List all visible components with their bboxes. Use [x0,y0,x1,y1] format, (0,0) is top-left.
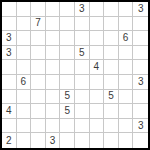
cell-r2c5[interactable] [60,17,75,32]
clue-number: 5 [64,91,70,101]
cell-r4c7[interactable] [90,46,105,61]
cell-r1c6[interactable]: 3 [75,2,90,17]
clue-number: 6 [21,76,27,86]
cell-r9c3[interactable] [31,119,46,134]
cell-r10c7[interactable] [90,133,105,148]
cell-r7c1[interactable] [2,90,17,105]
cell-r3c2[interactable] [17,31,32,46]
cell-r1c1[interactable] [2,2,17,17]
cell-r6c7[interactable] [90,75,105,90]
cell-r3c4[interactable] [46,31,61,46]
cell-r5c9[interactable] [119,60,134,75]
cell-r5c2[interactable] [17,60,32,75]
clue-number: 5 [108,91,114,101]
cell-r4c6[interactable]: 5 [75,46,90,61]
cell-r2c4[interactable] [46,17,61,32]
cell-r3c3[interactable] [31,31,46,46]
cell-r5c6[interactable] [75,60,90,75]
cell-r6c2[interactable]: 6 [17,75,32,90]
cell-r10c6[interactable] [75,133,90,148]
cell-r1c3[interactable] [31,2,46,17]
cell-r4c2[interactable] [17,46,32,61]
clue-number: 3 [138,120,144,130]
cell-r6c10[interactable]: 3 [133,75,148,90]
clue-number: 4 [94,62,100,72]
clue-number: 5 [79,47,85,57]
cell-r4c5[interactable] [60,46,75,61]
cell-r5c3[interactable] [31,60,46,75]
cell-r8c2[interactable] [17,104,32,119]
cell-r2c8[interactable] [104,17,119,32]
cell-r4c3[interactable] [31,46,46,61]
cell-r9c9[interactable] [119,119,134,134]
cell-r7c7[interactable] [90,90,105,105]
cell-r4c1[interactable]: 3 [2,46,17,61]
cell-r7c9[interactable] [119,90,134,105]
cell-r8c4[interactable] [46,104,61,119]
cell-r2c9[interactable] [119,17,134,32]
clue-number: 3 [79,3,85,13]
cell-r2c10[interactable] [133,17,148,32]
cell-r9c6[interactable] [75,119,90,134]
clue-number: 3 [6,32,12,42]
cell-r6c9[interactable] [119,75,134,90]
clue-number: 3 [138,3,144,13]
cell-r6c1[interactable] [2,75,17,90]
cell-r9c7[interactable] [90,119,105,134]
cell-r7c10[interactable] [133,90,148,105]
cell-r1c2[interactable] [17,2,32,17]
clue-number: 7 [35,18,41,28]
cell-r4c4[interactable] [46,46,61,61]
cell-r10c4[interactable]: 3 [46,133,61,148]
puzzle-board: 33736354635545323 [0,0,150,150]
cell-r5c7[interactable]: 4 [90,60,105,75]
cell-r2c1[interactable] [2,17,17,32]
cell-r1c4[interactable] [46,2,61,17]
cell-r3c8[interactable] [104,31,119,46]
cell-r6c5[interactable] [60,75,75,90]
cell-r3c5[interactable] [60,31,75,46]
cell-r4c8[interactable] [104,46,119,61]
cell-r9c5[interactable] [60,119,75,134]
cell-r3c1[interactable]: 3 [2,31,17,46]
cell-r9c4[interactable] [46,119,61,134]
cell-r3c9[interactable]: 6 [119,31,134,46]
cell-r6c4[interactable] [46,75,61,90]
cell-r10c8[interactable] [104,133,119,148]
cell-r9c8[interactable] [104,119,119,134]
cell-r10c1[interactable]: 2 [2,133,17,148]
cell-r4c9[interactable] [119,46,134,61]
cell-r1c9[interactable] [119,2,134,17]
clue-number: 3 [138,76,144,86]
cell-r5c5[interactable] [60,60,75,75]
cell-r2c6[interactable] [75,17,90,32]
cell-r8c9[interactable] [119,104,134,119]
cell-r7c5[interactable]: 5 [60,90,75,105]
clue-number: 2 [6,135,12,145]
cell-r5c10[interactable] [133,60,148,75]
cell-r5c8[interactable] [104,60,119,75]
cell-r10c2[interactable] [17,133,32,148]
cell-r9c2[interactable] [17,119,32,134]
cell-r4c10[interactable] [133,46,148,61]
cell-r3c10[interactable] [133,31,148,46]
cell-r10c9[interactable] [119,133,134,148]
cell-r5c4[interactable] [46,60,61,75]
cell-r6c8[interactable] [104,75,119,90]
cell-r2c7[interactable] [90,17,105,32]
cell-r9c1[interactable] [2,119,17,134]
cell-r2c2[interactable] [17,17,32,32]
cell-r9c10[interactable]: 3 [133,119,148,134]
cell-r5c1[interactable] [2,60,17,75]
cell-r10c10[interactable] [133,133,148,148]
cell-r6c6[interactable] [75,75,90,90]
clue-number: 3 [6,47,12,57]
cell-r8c10[interactable] [133,104,148,119]
cell-r1c5[interactable] [60,2,75,17]
cell-r6c3[interactable] [31,75,46,90]
cell-r8c1[interactable]: 4 [2,104,17,119]
cell-r7c8[interactable]: 5 [104,90,119,105]
cell-r2c3[interactable]: 7 [31,17,46,32]
cell-r8c3[interactable] [31,104,46,119]
clue-number: 6 [123,32,129,42]
cell-r7c6[interactable] [75,90,90,105]
cell-r8c8[interactable] [104,104,119,119]
cell-r3c7[interactable] [90,31,105,46]
cell-r7c2[interactable] [17,90,32,105]
cell-r10c3[interactable] [31,133,46,148]
cell-r1c10[interactable]: 3 [133,2,148,17]
clue-number: 4 [6,105,12,115]
cell-r8c6[interactable] [75,104,90,119]
cell-r3c6[interactable] [75,31,90,46]
cell-r10c5[interactable] [60,133,75,148]
clue-number: 5 [64,105,70,115]
cell-r1c7[interactable] [90,2,105,17]
cell-r7c3[interactable] [31,90,46,105]
cell-r8c5[interactable]: 5 [60,104,75,119]
cell-r8c7[interactable] [90,104,105,119]
clue-number: 3 [50,135,56,145]
cell-r1c8[interactable] [104,2,119,17]
cell-r7c4[interactable] [46,90,61,105]
